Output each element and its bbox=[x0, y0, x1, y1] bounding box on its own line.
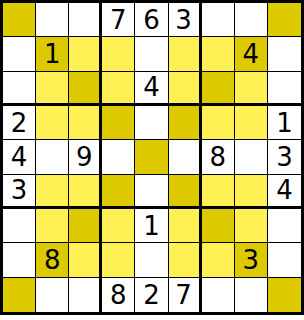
sudoku-cell-empty-r3c4[interactable] bbox=[102, 72, 135, 106]
sudoku-cell-empty-r2c6[interactable] bbox=[169, 37, 202, 71]
sudoku-cell-empty-r2c7[interactable] bbox=[202, 37, 235, 71]
sudoku-cell-empty-r6c3[interactable] bbox=[69, 175, 102, 209]
sudoku-cell-empty-r8c6[interactable] bbox=[169, 243, 202, 277]
sudoku-cell-empty-r7c9[interactable] bbox=[268, 209, 301, 243]
sudoku-cell-empty-r9c8[interactable] bbox=[235, 278, 268, 312]
sudoku-cell-given-r7c5[interactable]: 1 bbox=[135, 209, 168, 243]
sudoku-cell-empty-r5c5[interactable] bbox=[135, 140, 168, 174]
sudoku-cell-empty-r2c4[interactable] bbox=[102, 37, 135, 71]
sudoku-cell-empty-r7c4[interactable] bbox=[102, 209, 135, 243]
sudoku-cell-given-r8c8[interactable]: 3 bbox=[235, 243, 268, 277]
sudoku-cell-empty-r8c4[interactable] bbox=[102, 243, 135, 277]
sudoku-cell-empty-r9c1[interactable] bbox=[3, 278, 36, 312]
sudoku-cell-empty-r4c3[interactable] bbox=[69, 106, 102, 140]
sudoku-cell-empty-r3c2[interactable] bbox=[36, 72, 69, 106]
sudoku-cell-empty-r3c9[interactable] bbox=[268, 72, 301, 106]
sudoku-cell-empty-r2c5[interactable] bbox=[135, 37, 168, 71]
sudoku-cell-empty-r9c9[interactable] bbox=[268, 278, 301, 312]
sudoku-cell-empty-r1c7[interactable] bbox=[202, 3, 235, 37]
sudoku-cell-empty-r5c6[interactable] bbox=[169, 140, 202, 174]
sudoku-cell-empty-r9c2[interactable] bbox=[36, 278, 69, 312]
sudoku-cell-given-r1c6[interactable]: 3 bbox=[169, 3, 202, 37]
sudoku-cell-empty-r8c9[interactable] bbox=[268, 243, 301, 277]
sudoku-cell-given-r9c4[interactable]: 8 bbox=[102, 278, 135, 312]
sudoku-cell-empty-r1c8[interactable] bbox=[235, 3, 268, 37]
sudoku-cell-empty-r3c7[interactable] bbox=[202, 72, 235, 106]
sudoku-cell-empty-r4c8[interactable] bbox=[235, 106, 268, 140]
sudoku-cell-empty-r4c7[interactable] bbox=[202, 106, 235, 140]
sudoku-cell-empty-r8c7[interactable] bbox=[202, 243, 235, 277]
sudoku-cell-empty-r3c8[interactable] bbox=[235, 72, 268, 106]
sudoku-cell-empty-r1c1[interactable] bbox=[3, 3, 36, 37]
sudoku-cell-empty-r6c4[interactable] bbox=[102, 175, 135, 209]
sudoku-cell-empty-r4c6[interactable] bbox=[169, 106, 202, 140]
sudoku-board: 76314421498334183827 bbox=[0, 0, 304, 315]
sudoku-cell-empty-r1c9[interactable] bbox=[268, 3, 301, 37]
sudoku-cell-given-r5c1[interactable]: 4 bbox=[3, 140, 36, 174]
sudoku-cell-given-r2c2[interactable]: 1 bbox=[36, 37, 69, 71]
sudoku-cell-empty-r1c3[interactable] bbox=[69, 3, 102, 37]
sudoku-cell-given-r9c6[interactable]: 7 bbox=[169, 278, 202, 312]
sudoku-cell-empty-r8c5[interactable] bbox=[135, 243, 168, 277]
sudoku-cell-given-r4c1[interactable]: 2 bbox=[3, 106, 36, 140]
sudoku-cell-given-r1c4[interactable]: 7 bbox=[102, 3, 135, 37]
sudoku-cell-empty-r6c5[interactable] bbox=[135, 175, 168, 209]
sudoku-cell-empty-r6c7[interactable] bbox=[202, 175, 235, 209]
sudoku-cell-empty-r3c3[interactable] bbox=[69, 72, 102, 106]
sudoku-cell-empty-r5c8[interactable] bbox=[235, 140, 268, 174]
sudoku-cell-given-r1c5[interactable]: 6 bbox=[135, 3, 168, 37]
sudoku-cell-empty-r6c2[interactable] bbox=[36, 175, 69, 209]
sudoku-cell-empty-r7c7[interactable] bbox=[202, 209, 235, 243]
sudoku-cell-given-r6c1[interactable]: 3 bbox=[3, 175, 36, 209]
sudoku-cell-empty-r4c2[interactable] bbox=[36, 106, 69, 140]
sudoku-cell-empty-r7c8[interactable] bbox=[235, 209, 268, 243]
sudoku-cell-empty-r7c6[interactable] bbox=[169, 209, 202, 243]
sudoku-cell-empty-r3c6[interactable] bbox=[169, 72, 202, 106]
sudoku-cell-empty-r2c3[interactable] bbox=[69, 37, 102, 71]
sudoku-cell-given-r9c5[interactable]: 2 bbox=[135, 278, 168, 312]
sudoku-cell-empty-r6c6[interactable] bbox=[169, 175, 202, 209]
sudoku-cell-empty-r9c3[interactable] bbox=[69, 278, 102, 312]
sudoku-cell-empty-r8c1[interactable] bbox=[3, 243, 36, 277]
sudoku-cell-given-r8c2[interactable]: 8 bbox=[36, 243, 69, 277]
sudoku-cell-given-r4c9[interactable]: 1 bbox=[268, 106, 301, 140]
sudoku-cell-given-r3c5[interactable]: 4 bbox=[135, 72, 168, 106]
sudoku-cell-empty-r7c3[interactable] bbox=[69, 209, 102, 243]
sudoku-cell-empty-r4c5[interactable] bbox=[135, 106, 168, 140]
sudoku-cell-empty-r2c1[interactable] bbox=[3, 37, 36, 71]
sudoku-cell-empty-r5c4[interactable] bbox=[102, 140, 135, 174]
sudoku-cell-empty-r4c4[interactable] bbox=[102, 106, 135, 140]
sudoku-cell-given-r5c9[interactable]: 3 bbox=[268, 140, 301, 174]
sudoku-cell-empty-r7c2[interactable] bbox=[36, 209, 69, 243]
sudoku-cell-empty-r7c1[interactable] bbox=[3, 209, 36, 243]
sudoku-cell-empty-r9c7[interactable] bbox=[202, 278, 235, 312]
sudoku-cell-empty-r5c2[interactable] bbox=[36, 140, 69, 174]
sudoku-cell-empty-r3c1[interactable] bbox=[3, 72, 36, 106]
sudoku-cell-empty-r2c9[interactable] bbox=[268, 37, 301, 71]
sudoku-cell-empty-r6c8[interactable] bbox=[235, 175, 268, 209]
sudoku-cell-given-r6c9[interactable]: 4 bbox=[268, 175, 301, 209]
sudoku-cell-empty-r1c2[interactable] bbox=[36, 3, 69, 37]
sudoku-cell-given-r5c3[interactable]: 9 bbox=[69, 140, 102, 174]
sudoku-cell-given-r5c7[interactable]: 8 bbox=[202, 140, 235, 174]
sudoku-cell-given-r2c8[interactable]: 4 bbox=[235, 37, 268, 71]
sudoku-cell-empty-r8c3[interactable] bbox=[69, 243, 102, 277]
